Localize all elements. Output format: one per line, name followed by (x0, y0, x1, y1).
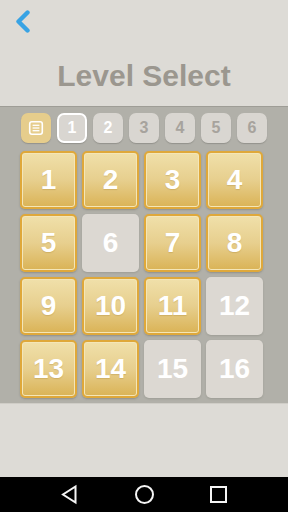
level-button-11[interactable]: 11 (144, 277, 201, 335)
nav-home-button[interactable] (134, 484, 155, 505)
tab-page-5[interactable]: 5 (201, 113, 231, 143)
level-button-13[interactable]: 13 (20, 340, 77, 398)
level-button-10[interactable]: 10 (82, 277, 139, 335)
level-button-14[interactable]: 14 (82, 340, 139, 398)
page-title: Level Select (0, 59, 288, 93)
level-button-1[interactable]: 1 (20, 151, 77, 209)
level-button-4[interactable]: 4 (206, 151, 263, 209)
back-button[interactable] (9, 7, 35, 35)
back-triangle-icon (60, 484, 79, 505)
tab-page-4[interactable]: 4 (165, 113, 195, 143)
level-button-12[interactable]: 12 (206, 277, 263, 335)
tab-page-6[interactable]: 6 (237, 113, 267, 143)
level-select-screen: Level Select 123456 12345678910111213141… (0, 0, 288, 512)
home-circle-icon (134, 484, 155, 505)
android-nav-bar (0, 477, 288, 512)
level-button-5[interactable]: 5 (20, 214, 77, 272)
tab-level-list[interactable] (21, 113, 51, 143)
level-button-16[interactable]: 16 (206, 340, 263, 398)
chevron-left-icon (14, 10, 31, 33)
nav-recents-button[interactable] (209, 485, 228, 504)
level-button-2[interactable]: 2 (82, 151, 139, 209)
tab-bar: 123456 (21, 113, 267, 143)
recents-square-icon (209, 485, 228, 504)
level-button-6[interactable]: 6 (82, 214, 139, 272)
level-button-9[interactable]: 9 (20, 277, 77, 335)
level-grid: 12345678910111213141516 (20, 151, 263, 398)
level-panel: 123456 12345678910111213141516 (0, 106, 288, 404)
level-button-8[interactable]: 8 (206, 214, 263, 272)
tab-page-2[interactable]: 2 (93, 113, 123, 143)
list-icon (28, 120, 44, 136)
nav-back-button[interactable] (60, 484, 79, 505)
level-button-15[interactable]: 15 (144, 340, 201, 398)
level-button-3[interactable]: 3 (144, 151, 201, 209)
tab-page-1[interactable]: 1 (57, 113, 87, 143)
tab-page-3[interactable]: 3 (129, 113, 159, 143)
level-button-7[interactable]: 7 (144, 214, 201, 272)
